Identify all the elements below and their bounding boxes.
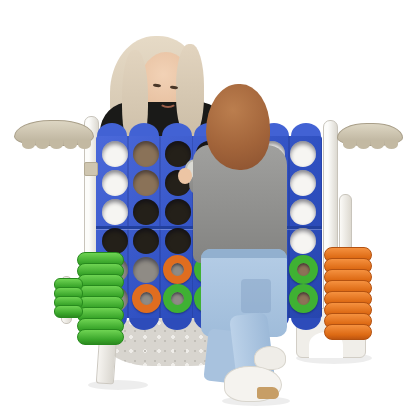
left-side-ring-stack — [54, 282, 83, 318]
child-near-shoe — [224, 366, 282, 402]
empty-cell-r5c2 — [133, 257, 159, 283]
empty-cell-r4c7 — [290, 228, 316, 254]
empty-cell-r2c2 — [133, 170, 159, 196]
right-ring-stack — [324, 252, 372, 340]
empty-cell-r2c1 — [102, 170, 128, 196]
orange-disc-r6c2 — [132, 284, 161, 313]
green-disc-r6c3 — [163, 284, 192, 313]
photo-scene — [0, 0, 416, 416]
ring-green-small — [54, 305, 83, 318]
child-hair — [206, 84, 270, 170]
empty-cell-r4c1 — [102, 228, 128, 254]
left-ring-stack — [77, 257, 124, 345]
child-hand — [178, 168, 192, 184]
empty-cell-r4c3 — [165, 228, 191, 254]
empty-cell-r2c7 — [290, 170, 316, 196]
orange-disc-r5c3 — [163, 255, 192, 284]
empty-cell-r3c2 — [133, 199, 159, 225]
green-disc-r6c7 — [289, 284, 318, 313]
post-clip — [84, 162, 98, 176]
empty-cell-r3c3 — [165, 199, 191, 225]
ring-orange — [324, 324, 372, 340]
empty-cell-r3c1 — [102, 199, 128, 225]
empty-cell-r3c7 — [290, 199, 316, 225]
empty-cell-r1c7 — [290, 141, 316, 167]
adult-smile — [159, 96, 177, 108]
empty-cell-r1c2 — [133, 141, 159, 167]
tray-right-scallops — [343, 140, 398, 149]
green-disc-r5c7 — [289, 255, 318, 284]
empty-cell-r4c2 — [133, 228, 159, 254]
tray-left-scallops — [22, 140, 91, 149]
ring-green — [77, 329, 124, 345]
empty-cell-r1c1 — [102, 141, 128, 167]
